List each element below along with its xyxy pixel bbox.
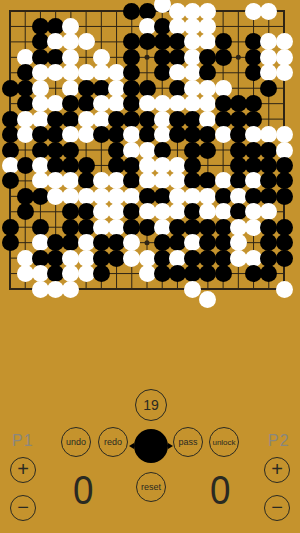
go-stone-black[interactable] [260,250,277,267]
go-stone-white[interactable] [139,172,156,189]
go-stone-white[interactable] [260,49,277,66]
go-stone-black[interactable] [245,111,262,128]
p1-decrement-button[interactable]: − [10,495,36,521]
go-stone-black[interactable] [276,250,293,267]
go-stone-black[interactable] [139,126,156,143]
go-stone-black[interactable] [62,142,79,159]
go-stone-black[interactable] [276,188,293,205]
go-stone-black[interactable] [154,142,171,159]
go-stone-white[interactable] [139,95,156,112]
go-stone-white[interactable] [139,265,156,282]
p1-increment-button[interactable]: + [10,457,36,483]
player2-label: P2 [268,432,290,450]
go-stone-white[interactable] [78,33,95,50]
p2-increment-button[interactable]: + [264,457,290,483]
go-stone-black[interactable] [199,219,216,236]
go-stone-white[interactable] [123,188,140,205]
go-stone-black[interactable] [62,219,79,236]
go-stone-white[interactable] [276,126,293,143]
go-app-screen: 19 P1 P2 undo redo pass unlock + − + − 0… [0,0,300,533]
left-nub-icon [129,443,134,449]
go-stone-white[interactable] [215,80,232,97]
go-stone-black[interactable] [2,126,19,143]
go-stone-white[interactable] [260,3,277,20]
go-stone-black[interactable] [123,3,140,20]
go-stone-white[interactable] [276,142,293,159]
go-stone-white[interactable] [276,64,293,81]
go-stone-white[interactable] [199,291,216,308]
go-stone-white[interactable] [93,49,110,66]
go-stone-white[interactable] [276,33,293,50]
go-stone-black[interactable] [139,219,156,236]
go-stone-black[interactable] [276,172,293,189]
go-stone-white[interactable] [139,157,156,174]
go-stone-black[interactable] [260,188,277,205]
go-stone-black[interactable] [78,157,95,174]
go-stone-white[interactable] [123,250,140,267]
go-stone-black[interactable] [184,157,201,174]
go-stone-black[interactable] [32,219,49,236]
go-stone-black[interactable] [2,234,19,251]
go-stone-black[interactable] [93,265,110,282]
go-stone-white[interactable] [199,111,216,128]
go-stone-white[interactable] [123,142,140,159]
go-stone-black[interactable] [2,111,19,128]
p2-capture-count: 0 [210,468,230,513]
current-player-stone-icon[interactable] [134,429,168,463]
go-stone-white[interactable] [62,80,79,97]
unlock-button[interactable]: unlock [209,427,239,457]
reset-button[interactable]: reset [136,472,166,502]
go-stone-black[interactable] [215,49,232,66]
go-stone-black[interactable] [139,188,156,205]
go-stone-black[interactable] [260,142,277,159]
go-stone-black[interactable] [276,234,293,251]
go-stone-black[interactable] [139,111,156,128]
pass-button[interactable]: pass [173,427,203,457]
redo-button[interactable]: redo [98,427,128,457]
go-board[interactable] [0,0,300,310]
go-stone-black[interactable] [2,219,19,236]
go-stone-black[interactable] [62,111,79,128]
go-stone-white[interactable] [139,142,156,159]
go-stone-white[interactable] [2,157,19,174]
go-stone-white[interactable] [199,3,216,20]
go-stone-white[interactable] [154,0,171,13]
go-stone-white[interactable] [139,18,156,35]
go-stone-black[interactable] [260,80,277,97]
go-stone-white[interactable] [276,281,293,298]
board-size-badge: 19 [135,389,167,421]
go-stone-white[interactable] [184,281,201,298]
go-stone-black[interactable] [139,3,156,20]
p1-capture-count: 0 [73,468,93,513]
go-stone-black[interactable] [139,80,156,97]
go-stone-black[interactable] [123,80,140,97]
go-stone-black[interactable] [199,250,216,267]
go-stone-white[interactable] [139,250,156,267]
p2-decrement-button[interactable]: − [264,495,290,521]
go-stone-black[interactable] [139,33,156,50]
go-stone-white[interactable] [62,250,79,267]
go-stone-black[interactable] [260,219,277,236]
go-stone-black[interactable] [276,157,293,174]
go-stone-black[interactable] [2,172,19,189]
go-stone-white[interactable] [199,80,216,97]
go-stone-black[interactable] [2,80,19,97]
go-stone-black[interactable] [17,203,34,220]
go-stone-black[interactable] [199,142,216,159]
go-stone-black[interactable] [276,219,293,236]
go-stone-white[interactable] [32,80,49,97]
undo-button[interactable]: undo [61,427,91,457]
go-stone-black[interactable] [123,49,140,66]
go-stone-white[interactable] [62,281,79,298]
go-stone-white[interactable] [139,203,156,220]
go-stone-white[interactable] [276,49,293,66]
go-stone-black[interactable] [123,219,140,236]
go-stone-black[interactable] [215,33,232,50]
go-stone-black[interactable] [2,142,19,159]
go-stone-black[interactable] [123,111,140,128]
go-stone-white[interactable] [230,234,247,251]
go-stone-black[interactable] [215,265,232,282]
player1-label: P1 [12,432,34,450]
